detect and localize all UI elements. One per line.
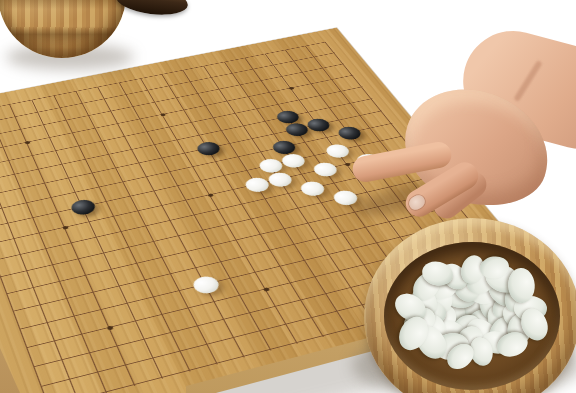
white-stone-heap [384,242,560,390]
dark-bowl-edge [115,0,190,18]
forearm [452,20,576,161]
photo-frame [0,0,576,393]
wrist-crease [513,60,542,102]
white-stone-bowl [364,218,576,393]
